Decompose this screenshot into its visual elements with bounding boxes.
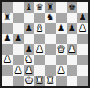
square-b4[interactable] bbox=[13, 44, 24, 55]
square-g1[interactable] bbox=[67, 76, 78, 87]
piece-black-pawn[interactable]: ♟ bbox=[68, 24, 76, 33]
square-g4[interactable]: ♟ bbox=[67, 44, 78, 55]
square-a8[interactable] bbox=[2, 2, 13, 13]
square-a4[interactable] bbox=[2, 44, 13, 55]
square-e2[interactable] bbox=[45, 65, 56, 76]
piece-black-pawn[interactable]: ♟ bbox=[25, 24, 33, 33]
piece-black-queen[interactable]: ♛ bbox=[36, 3, 44, 12]
square-f5[interactable] bbox=[56, 34, 67, 45]
square-e3[interactable] bbox=[45, 55, 56, 66]
square-c5[interactable] bbox=[24, 34, 35, 45]
square-c3[interactable]: ♞ bbox=[24, 55, 35, 66]
square-h5[interactable] bbox=[77, 34, 88, 45]
piece-white-pawn[interactable]: ♟ bbox=[57, 66, 65, 75]
piece-white-pawn[interactable]: ♟ bbox=[79, 24, 87, 33]
square-a5[interactable]: ♟ bbox=[2, 34, 13, 45]
square-g2[interactable] bbox=[67, 65, 78, 76]
chess-board: ♝♛♜♚♜♞♟♟♝♟♟♟♟♟♟♟♛♟♟♞♟♟♟♚♜♜ bbox=[2, 2, 88, 86]
square-d7[interactable] bbox=[34, 13, 45, 24]
square-h6[interactable]: ♟ bbox=[77, 23, 88, 34]
piece-black-pawn[interactable]: ♟ bbox=[14, 34, 22, 43]
piece-black-pawn[interactable]: ♟ bbox=[79, 13, 87, 22]
square-f7[interactable] bbox=[56, 13, 67, 24]
piece-white-pawn[interactable]: ♟ bbox=[25, 66, 33, 75]
square-d4[interactable]: ♟ bbox=[34, 44, 45, 55]
square-f3[interactable] bbox=[56, 55, 67, 66]
square-f8[interactable] bbox=[56, 2, 67, 13]
square-d8[interactable]: ♛ bbox=[34, 2, 45, 13]
square-b6[interactable] bbox=[13, 23, 24, 34]
square-a7[interactable]: ♜ bbox=[2, 13, 13, 24]
piece-black-rook[interactable]: ♜ bbox=[46, 3, 54, 12]
square-g3[interactable] bbox=[67, 55, 78, 66]
square-c1[interactable]: ♚ bbox=[24, 76, 35, 87]
piece-white-pawn[interactable]: ♟ bbox=[3, 55, 11, 64]
square-f1[interactable] bbox=[56, 76, 67, 87]
square-c7[interactable] bbox=[24, 13, 35, 24]
square-g7[interactable] bbox=[67, 13, 78, 24]
square-e5[interactable] bbox=[45, 34, 56, 45]
piece-white-rook[interactable]: ♜ bbox=[46, 76, 54, 85]
square-h2[interactable] bbox=[77, 65, 88, 76]
piece-black-pawn[interactable]: ♟ bbox=[3, 34, 11, 43]
square-h1[interactable] bbox=[77, 76, 88, 87]
square-f4[interactable]: ♛ bbox=[56, 44, 67, 55]
square-c2[interactable]: ♟ bbox=[24, 65, 35, 76]
square-a2[interactable] bbox=[2, 65, 13, 76]
square-b1[interactable] bbox=[13, 76, 24, 87]
square-e1[interactable]: ♜ bbox=[45, 76, 56, 87]
piece-black-rook[interactable]: ♜ bbox=[3, 13, 11, 22]
piece-white-bishop[interactable]: ♝ bbox=[36, 24, 44, 33]
piece-black-bishop[interactable]: ♝ bbox=[25, 3, 33, 12]
square-b8[interactable] bbox=[13, 2, 24, 13]
square-g8[interactable]: ♚ bbox=[67, 2, 78, 13]
square-c8[interactable]: ♝ bbox=[24, 2, 35, 13]
piece-white-rook[interactable]: ♜ bbox=[36, 76, 44, 85]
piece-black-king[interactable]: ♚ bbox=[68, 3, 76, 12]
square-b7[interactable] bbox=[13, 13, 24, 24]
piece-white-king[interactable]: ♚ bbox=[25, 76, 33, 85]
square-g5[interactable] bbox=[67, 34, 78, 45]
square-f2[interactable]: ♟ bbox=[56, 65, 67, 76]
piece-white-knight[interactable]: ♞ bbox=[25, 55, 33, 64]
square-d1[interactable]: ♜ bbox=[34, 76, 45, 87]
square-d5[interactable] bbox=[34, 34, 45, 45]
square-b5[interactable]: ♟ bbox=[13, 34, 24, 45]
piece-white-pawn[interactable]: ♟ bbox=[14, 66, 22, 75]
square-b2[interactable]: ♟ bbox=[13, 65, 24, 76]
square-c6[interactable]: ♟ bbox=[24, 23, 35, 34]
square-e4[interactable] bbox=[45, 44, 56, 55]
square-a3[interactable]: ♟ bbox=[2, 55, 13, 66]
square-c4[interactable]: ♟ bbox=[24, 44, 35, 55]
square-d3[interactable] bbox=[34, 55, 45, 66]
square-g6[interactable]: ♟ bbox=[67, 23, 78, 34]
square-e8[interactable]: ♜ bbox=[45, 2, 56, 13]
piece-white-pawn[interactable]: ♟ bbox=[36, 45, 44, 54]
square-h7[interactable]: ♟ bbox=[77, 13, 88, 24]
square-b3[interactable] bbox=[13, 55, 24, 66]
square-a6[interactable] bbox=[2, 23, 13, 34]
square-d2[interactable] bbox=[34, 65, 45, 76]
piece-black-pawn[interactable]: ♟ bbox=[57, 24, 65, 33]
piece-black-knight[interactable]: ♞ bbox=[46, 13, 54, 22]
piece-black-pawn[interactable]: ♟ bbox=[25, 45, 33, 54]
chess-diagram: ♝♛♜♚♜♞♟♟♝♟♟♟♟♟♟♟♛♟♟♞♟♟♟♚♜♜ bbox=[0, 0, 90, 88]
piece-white-pawn[interactable]: ♟ bbox=[68, 45, 76, 54]
square-h3[interactable] bbox=[77, 55, 88, 66]
square-f6[interactable]: ♟ bbox=[56, 23, 67, 34]
square-h4[interactable] bbox=[77, 44, 88, 55]
square-a1[interactable] bbox=[2, 76, 13, 87]
square-d6[interactable]: ♝ bbox=[34, 23, 45, 34]
square-e7[interactable]: ♞ bbox=[45, 13, 56, 24]
square-h8[interactable] bbox=[77, 2, 88, 13]
piece-white-queen[interactable]: ♛ bbox=[57, 45, 65, 54]
square-e6[interactable] bbox=[45, 23, 56, 34]
